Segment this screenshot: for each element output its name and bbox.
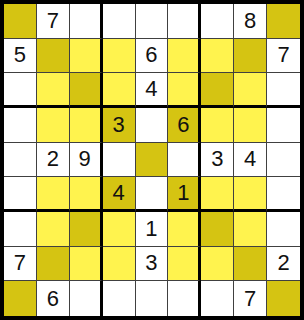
- cell-r9c1[interactable]: [4, 281, 37, 316]
- cell-r2c5[interactable]: 6: [136, 39, 169, 74]
- given-digit: 2: [47, 148, 59, 170]
- cell-r8c5[interactable]: 3: [136, 247, 169, 282]
- cell-r4c2[interactable]: [37, 108, 70, 143]
- given-digit: 6: [47, 288, 59, 310]
- cell-r9c6[interactable]: [168, 281, 201, 316]
- cell-r3c3[interactable]: [70, 73, 103, 108]
- cell-r5c6[interactable]: [168, 143, 201, 178]
- cell-r7c7[interactable]: [201, 212, 234, 247]
- cell-r2c4[interactable]: [103, 39, 136, 74]
- cell-r1c4[interactable]: [103, 4, 136, 39]
- cell-r4c8[interactable]: [234, 108, 267, 143]
- cell-r9c2[interactable]: 6: [37, 281, 70, 316]
- given-digit: 4: [244, 148, 256, 170]
- cell-r8c1[interactable]: 7: [4, 247, 37, 282]
- given-digit: 7: [14, 252, 26, 274]
- given-digit: 4: [145, 78, 157, 100]
- given-digit: 3: [145, 252, 157, 274]
- cell-r4c1[interactable]: [4, 108, 37, 143]
- cell-r5c7[interactable]: 3: [201, 143, 234, 178]
- cell-r3c4[interactable]: [103, 73, 136, 108]
- cell-r2c8[interactable]: [234, 39, 267, 74]
- cell-r4c5[interactable]: [136, 108, 169, 143]
- cell-r3c9[interactable]: [267, 73, 300, 108]
- cell-r7c6[interactable]: [168, 212, 201, 247]
- given-digit: 2: [277, 252, 289, 274]
- cell-r5c9[interactable]: [267, 143, 300, 178]
- given-digit: 1: [145, 218, 157, 240]
- cell-r8c3[interactable]: [70, 247, 103, 282]
- cell-r6c1[interactable]: [4, 177, 37, 212]
- given-digit: 3: [211, 148, 223, 170]
- sudoku-board: 78567436293441173267: [0, 0, 304, 320]
- cell-r7c9[interactable]: [267, 212, 300, 247]
- cell-r3c7[interactable]: [201, 73, 234, 108]
- cell-r6c5[interactable]: [136, 177, 169, 212]
- cell-r9c9[interactable]: [267, 281, 300, 316]
- cell-r7c3[interactable]: [70, 212, 103, 247]
- given-digit: 3: [112, 114, 124, 136]
- given-digit: 7: [244, 288, 256, 310]
- cell-r9c8[interactable]: 7: [234, 281, 267, 316]
- cell-r2c3[interactable]: [70, 39, 103, 74]
- cell-r8c7[interactable]: [201, 247, 234, 282]
- cell-r8c6[interactable]: [168, 247, 201, 282]
- given-digit: 8: [244, 10, 256, 32]
- cell-r1c3[interactable]: [70, 4, 103, 39]
- given-digit: 1: [177, 182, 189, 204]
- given-digit: 6: [145, 44, 157, 66]
- cell-r9c5[interactable]: [136, 281, 169, 316]
- cell-r7c8[interactable]: [234, 212, 267, 247]
- cell-r6c2[interactable]: [37, 177, 70, 212]
- cell-r5c1[interactable]: [4, 143, 37, 178]
- cell-r1c2[interactable]: 7: [37, 4, 70, 39]
- cell-r6c7[interactable]: [201, 177, 234, 212]
- cell-r1c7[interactable]: [201, 4, 234, 39]
- cell-r8c8[interactable]: [234, 247, 267, 282]
- cell-r8c9[interactable]: 2: [267, 247, 300, 282]
- cell-r5c3[interactable]: 9: [70, 143, 103, 178]
- cell-r4c3[interactable]: [70, 108, 103, 143]
- cell-r1c5[interactable]: [136, 4, 169, 39]
- given-digit: 5: [14, 44, 26, 66]
- cell-r3c8[interactable]: [234, 73, 267, 108]
- given-digit: 7: [47, 10, 59, 32]
- cell-r7c4[interactable]: [103, 212, 136, 247]
- cell-r9c7[interactable]: [201, 281, 234, 316]
- cell-r9c3[interactable]: [70, 281, 103, 316]
- cell-r9c4[interactable]: [103, 281, 136, 316]
- cell-r2c2[interactable]: [37, 39, 70, 74]
- cell-r2c7[interactable]: [201, 39, 234, 74]
- cell-r7c2[interactable]: [37, 212, 70, 247]
- cell-r3c2[interactable]: [37, 73, 70, 108]
- cell-r1c6[interactable]: [168, 4, 201, 39]
- cell-r4c6[interactable]: 6: [168, 108, 201, 143]
- cell-r3c1[interactable]: [4, 73, 37, 108]
- cell-r3c5[interactable]: 4: [136, 73, 169, 108]
- given-digit: 4: [112, 182, 124, 204]
- cell-r3c6[interactable]: [168, 73, 201, 108]
- cell-r5c8[interactable]: 4: [234, 143, 267, 178]
- cell-r2c9[interactable]: 7: [267, 39, 300, 74]
- given-digit: 6: [177, 114, 189, 136]
- cell-r8c2[interactable]: [37, 247, 70, 282]
- cell-r4c9[interactable]: [267, 108, 300, 143]
- cell-r2c1[interactable]: 5: [4, 39, 37, 74]
- given-digit: 7: [277, 44, 289, 66]
- cell-r5c4[interactable]: [103, 143, 136, 178]
- cell-r1c9[interactable]: [267, 4, 300, 39]
- cell-r6c3[interactable]: [70, 177, 103, 212]
- cell-r8c4[interactable]: [103, 247, 136, 282]
- cell-r2c6[interactable]: [168, 39, 201, 74]
- cell-r7c5[interactable]: 1: [136, 212, 169, 247]
- cell-r6c8[interactable]: [234, 177, 267, 212]
- cell-r5c2[interactable]: 2: [37, 143, 70, 178]
- cell-r1c8[interactable]: 8: [234, 4, 267, 39]
- cell-r4c7[interactable]: [201, 108, 234, 143]
- cell-r4c4[interactable]: 3: [103, 108, 136, 143]
- cell-r7c1[interactable]: [4, 212, 37, 247]
- cell-r5c5[interactable]: [136, 143, 169, 178]
- cell-r1c1[interactable]: [4, 4, 37, 39]
- cell-r6c9[interactable]: [267, 177, 300, 212]
- cell-r6c6[interactable]: 1: [168, 177, 201, 212]
- cell-r6c4[interactable]: 4: [103, 177, 136, 212]
- given-digit: 9: [79, 148, 91, 170]
